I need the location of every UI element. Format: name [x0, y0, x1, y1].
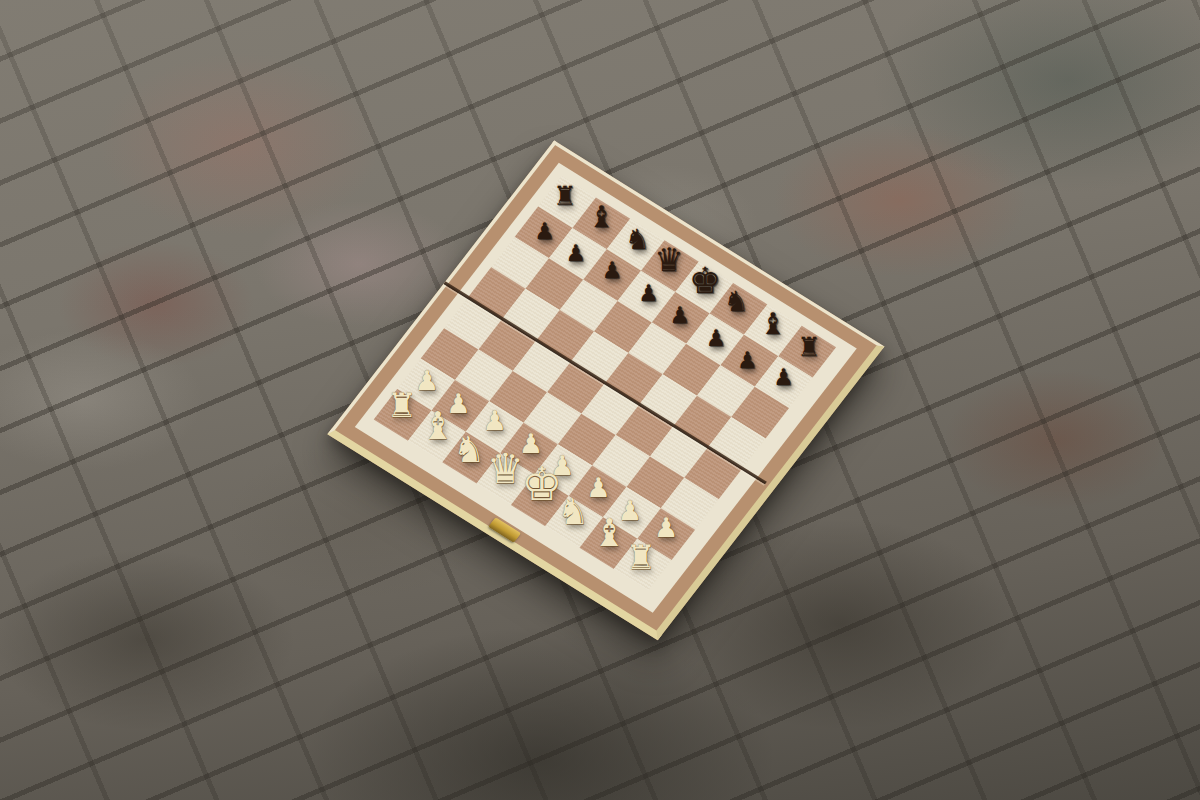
brick-pavement-background: ♜♝♞♛♚♞♝♜♟♟♟♟♟♟♟♟♟♟♟♟♟♟♟♟♜♝♞♛♚♞♝♜: [0, 0, 1200, 800]
